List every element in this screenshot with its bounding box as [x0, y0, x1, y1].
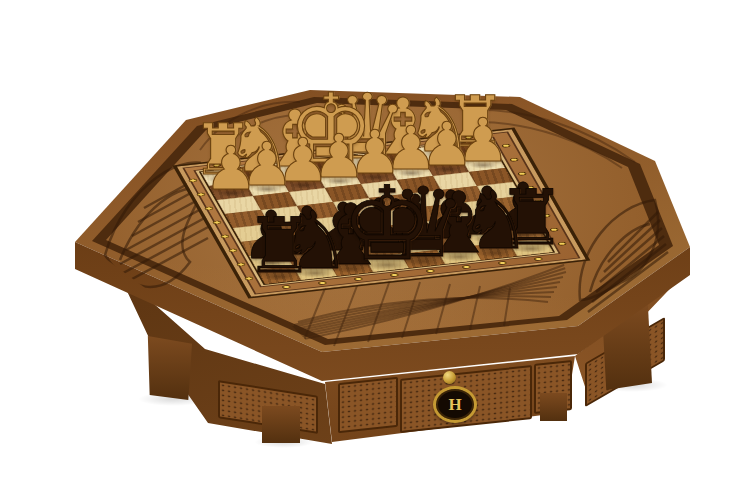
- chess-board-plane: [201, 140, 553, 284]
- drawer-knob: [443, 371, 456, 384]
- box-foot-front-right: [540, 393, 567, 421]
- medallion-letter: H: [448, 396, 461, 413]
- photo-stage: H ♜♞♝♛♚♝♞♜♟♟♟♟♟♟♟♟♟♟: [0, 0, 750, 500]
- box-foot-front-left: [262, 406, 300, 443]
- box-foot-left: [146, 336, 192, 400]
- drawer-medallion: H: [433, 386, 477, 423]
- carved-panel-left: [338, 377, 398, 433]
